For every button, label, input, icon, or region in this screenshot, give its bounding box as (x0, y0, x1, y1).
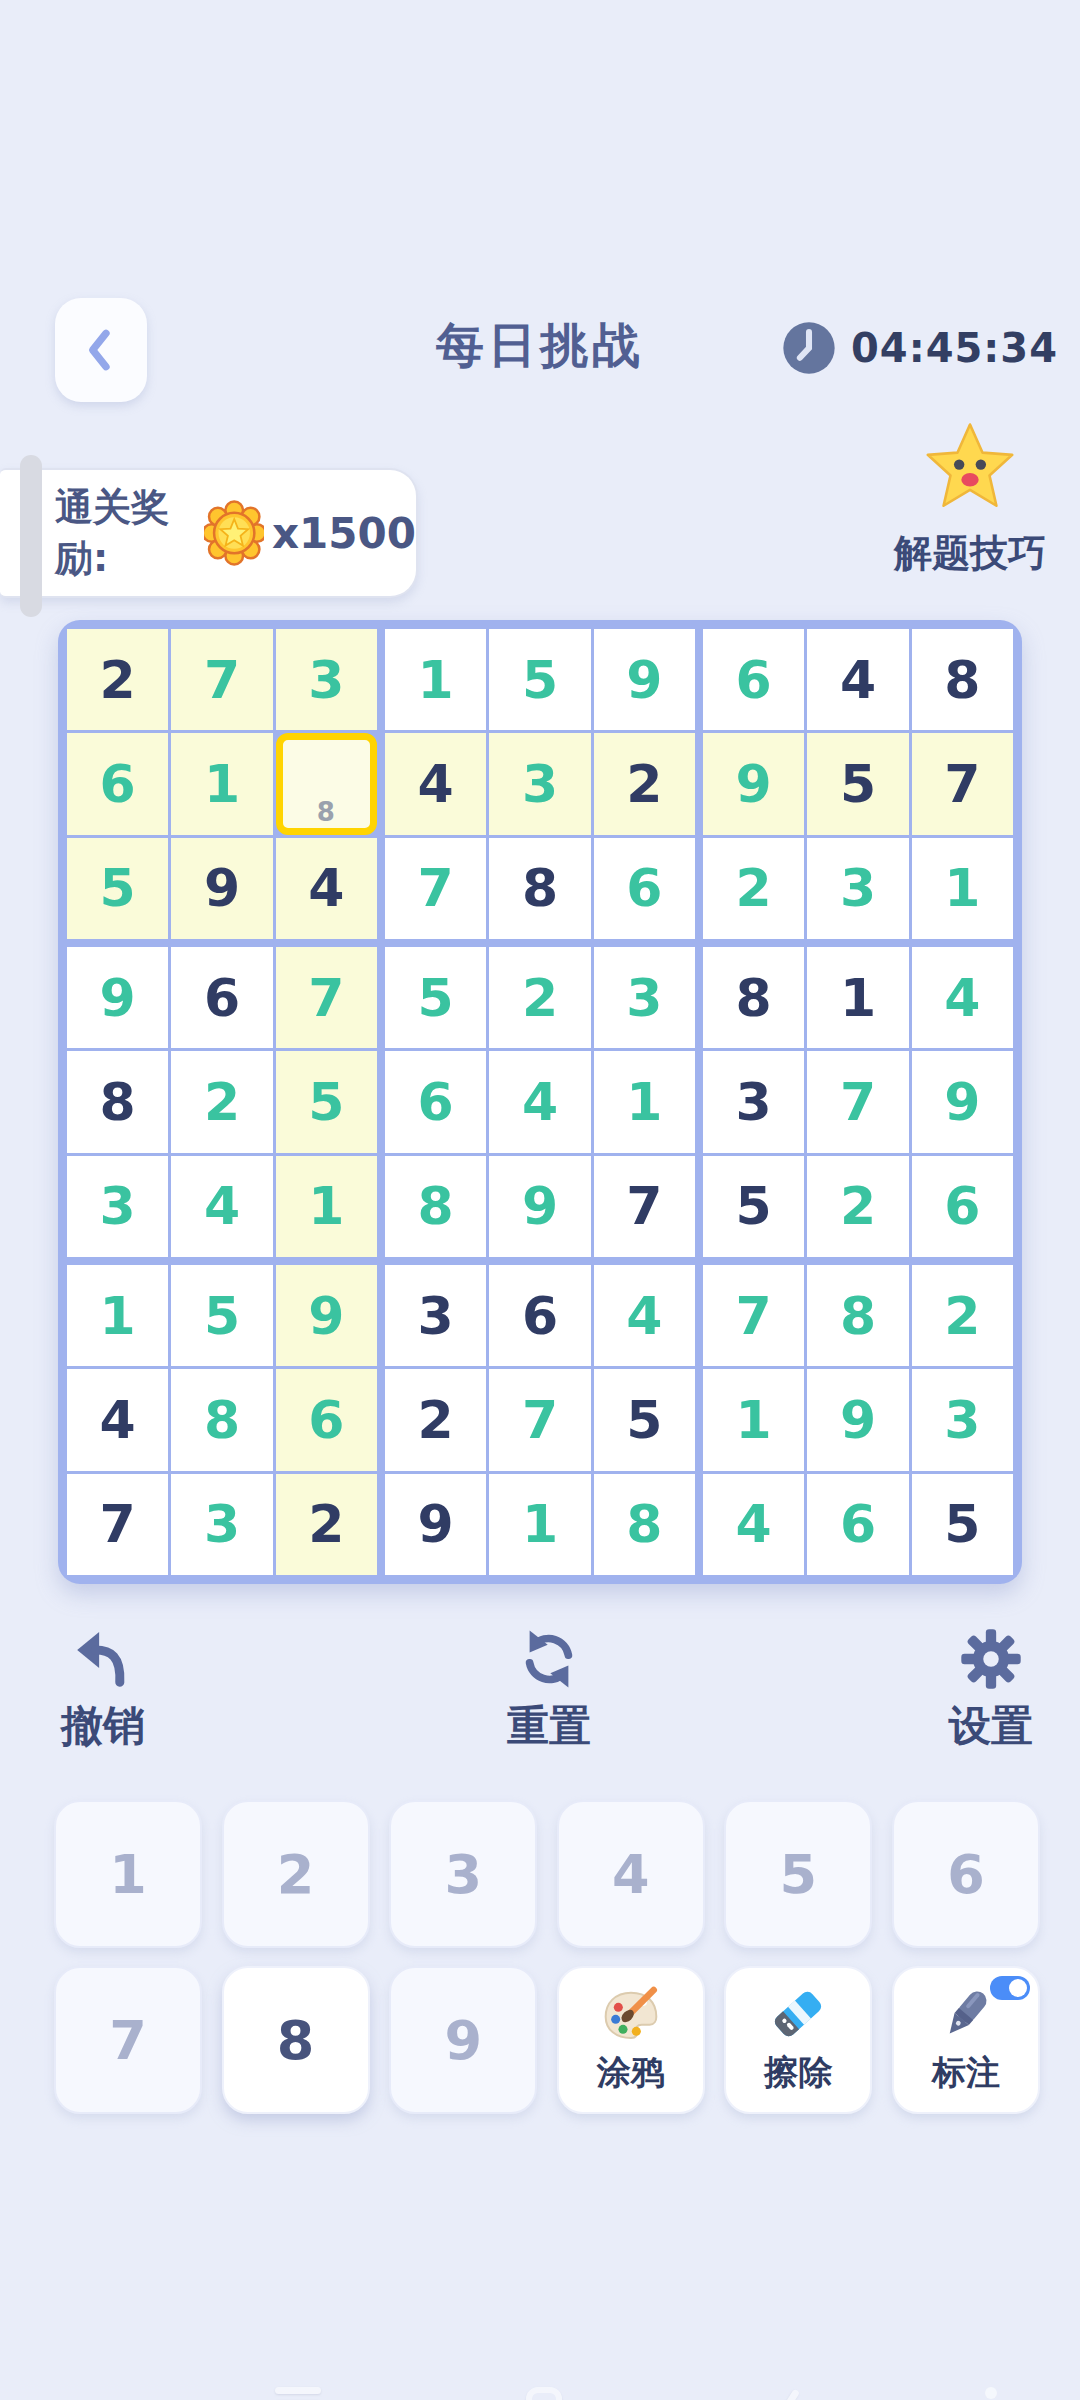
sudoku-cell-r6c9[interactable]: 6 (912, 1156, 1013, 1257)
sudoku-cell-r2c3[interactable]: 8 (276, 733, 377, 834)
given-digit: 4 (100, 1394, 136, 1446)
sudoku-cell-r6c6[interactable]: 7 (594, 1156, 695, 1257)
sudoku-cell-r8c4[interactable]: 2 (385, 1369, 486, 1470)
coin-icon (204, 496, 264, 570)
player-digit: 3 (204, 1498, 240, 1550)
player-digit: 1 (626, 1076, 662, 1128)
reset-icon (518, 1628, 580, 1690)
sudoku-cell-r8c3[interactable]: 6 (276, 1369, 377, 1470)
settings-label: 设置 (931, 1698, 1051, 1754)
player-digit: 5 (522, 654, 558, 706)
player-digit: 3 (944, 1394, 980, 1446)
sudoku-cell-r3c7[interactable]: 2 (703, 838, 804, 939)
player-digit: 6 (418, 1076, 454, 1128)
sudoku-cell-r7c9[interactable]: 2 (912, 1265, 1013, 1366)
nav-pulldown-button[interactable] (985, 2387, 997, 2399)
sudoku-cell-r3c8[interactable]: 3 (807, 838, 908, 939)
sudoku-cell-r6c5[interactable]: 9 (489, 1156, 590, 1257)
sudoku-cell-r1c7[interactable]: 6 (703, 629, 804, 730)
sudoku-cell-r9c1[interactable]: 7 (67, 1474, 168, 1575)
sudoku-cell-r4c8[interactable]: 1 (807, 947, 908, 1048)
palette-icon (599, 1982, 663, 2046)
sudoku-block: 814379526 (703, 947, 1013, 1257)
player-digit: 6 (736, 654, 772, 706)
sudoku-cell-r1c9[interactable]: 8 (912, 629, 1013, 730)
player-digit: 3 (100, 1180, 136, 1232)
player-digit: 7 (840, 1076, 876, 1128)
numpad-2[interactable]: 2 (222, 1800, 370, 1948)
player-digit: 5 (418, 972, 454, 1024)
header: 每日挑战 04:45:34 (0, 298, 1080, 408)
sudoku-cell-r5c2[interactable]: 2 (171, 1051, 272, 1152)
erase-button[interactable]: 擦除 (724, 1966, 872, 2114)
settings-button[interactable]: 设置 (931, 1628, 1051, 1754)
doodle-label: 涂鸦 (597, 2050, 665, 2096)
sudoku-cell-r5c6[interactable]: 1 (594, 1051, 695, 1152)
toolbar: 撤销 重置 设置 (0, 1628, 1080, 1768)
sudoku-cell-r7c8[interactable]: 8 (807, 1265, 908, 1366)
sudoku-block: 523641897 (385, 947, 695, 1257)
player-digit: 6 (626, 862, 662, 914)
player-digit: 1 (522, 1498, 558, 1550)
sudoku-block: 273618594 (67, 629, 377, 939)
player-digit: 3 (522, 758, 558, 810)
player-digit: 4 (944, 972, 980, 1024)
sudoku-cell-r6c4[interactable]: 8 (385, 1156, 486, 1257)
numpad-8[interactable]: 8 (222, 1966, 370, 2114)
sudoku-cell-r6c2[interactable]: 4 (171, 1156, 272, 1257)
sudoku-block: 159432786 (385, 629, 695, 939)
player-digit: 2 (204, 1076, 240, 1128)
given-digit: 5 (736, 1180, 772, 1232)
sudoku-cell-r1c8[interactable]: 4 (807, 629, 908, 730)
given-digit: 2 (308, 1498, 344, 1550)
star-mascot-icon (918, 418, 1022, 522)
given-digit: 5 (840, 758, 876, 810)
player-digit: 9 (840, 1394, 876, 1446)
player-digit: 9 (522, 1180, 558, 1232)
sudoku-cell-r3c4[interactable]: 7 (385, 838, 486, 939)
player-digit: 2 (736, 862, 772, 914)
sudoku-cell-r4c3[interactable]: 7 (276, 947, 377, 1048)
player-digit: 3 (840, 862, 876, 914)
given-digit: 5 (944, 1498, 980, 1550)
player-digit: 5 (204, 1290, 240, 1342)
sudoku-cell-r2c1[interactable]: 6 (67, 733, 168, 834)
given-digit: 4 (308, 862, 344, 914)
sudoku-cell-r1c3[interactable]: 3 (276, 629, 377, 730)
nav-menu-button[interactable] (275, 2387, 321, 2400)
sudoku-cell-r8c8[interactable]: 9 (807, 1369, 908, 1470)
numpad-9[interactable]: 9 (389, 1966, 537, 2114)
player-digit: 1 (100, 1290, 136, 1342)
sudoku-cell-r5c4[interactable]: 6 (385, 1051, 486, 1152)
undo-label: 撤销 (43, 1698, 163, 1754)
given-digit: 3 (418, 1290, 454, 1342)
sudoku-cell-r3c9[interactable]: 1 (912, 838, 1013, 939)
system-navbar (0, 2384, 1080, 2400)
sudoku-cell-r4c9[interactable]: 4 (912, 947, 1013, 1048)
player-digit: 8 (840, 1290, 876, 1342)
given-digit: 7 (626, 1180, 662, 1232)
player-digit: 9 (944, 1076, 980, 1128)
clock-icon (781, 320, 837, 376)
sudoku-cell-r4c1[interactable]: 9 (67, 947, 168, 1048)
sudoku-cell-r5c8[interactable]: 7 (807, 1051, 908, 1152)
reset-button[interactable]: 重置 (489, 1628, 609, 1754)
sudoku-cell-r3c1[interactable]: 5 (67, 838, 168, 939)
sudoku-block: 364275918 (385, 1265, 695, 1575)
player-digit: 4 (522, 1076, 558, 1128)
given-digit: 1 (840, 972, 876, 1024)
sudoku-cell-r3c2[interactable]: 9 (171, 838, 272, 939)
player-digit: 8 (418, 1180, 454, 1232)
given-digit: 6 (522, 1290, 558, 1342)
given-digit: 3 (736, 1076, 772, 1128)
flag-pole (20, 455, 42, 617)
sudoku-cell-r4c7[interactable]: 8 (703, 947, 804, 1048)
annotate-toggle[interactable] (990, 1976, 1030, 2000)
player-digit: 1 (736, 1394, 772, 1446)
given-digit: 8 (736, 972, 772, 1024)
sudoku-cell-r8c5[interactable]: 7 (489, 1369, 590, 1470)
reward-amount: x1500 (272, 509, 416, 558)
sudoku-cell-r1c5[interactable]: 5 (489, 629, 590, 730)
sudoku-block: 782193465 (703, 1265, 1013, 1575)
numpad-7[interactable]: 7 (54, 1966, 202, 2114)
pencil-mark: 8 (317, 799, 335, 825)
numpad-row-1: 123456 (54, 1800, 1040, 1948)
sudoku-cell-r3c6[interactable]: 6 (594, 838, 695, 939)
sudoku-cell-r1c2[interactable]: 7 (171, 629, 272, 730)
sudoku-cell-r7c1[interactable]: 1 (67, 1265, 168, 1366)
given-digit: 8 (522, 862, 558, 914)
player-digit: 2 (522, 972, 558, 1024)
given-digit: 2 (418, 1394, 454, 1446)
player-digit: 9 (100, 972, 136, 1024)
reset-label: 重置 (489, 1698, 609, 1754)
numpad-1[interactable]: 1 (54, 1800, 202, 1948)
sudoku-block: 967825341 (67, 947, 377, 1257)
sudoku-cell-r3c3[interactable]: 4 (276, 838, 377, 939)
timer-text: 04:45:34 (851, 325, 1058, 371)
sudoku-cell-r1c1[interactable]: 2 (67, 629, 168, 730)
player-digit: 7 (204, 654, 240, 706)
given-digit: 4 (840, 654, 876, 706)
sudoku-board: 2736185941594327866489572319678253415236… (58, 620, 1022, 1584)
sudoku-block: 648957231 (703, 629, 1013, 939)
reward-banner: 通关奖励: x1500 (0, 468, 418, 598)
numpad-5[interactable]: 5 (724, 1800, 872, 1948)
sudoku-cell-r6c7[interactable]: 5 (703, 1156, 804, 1257)
given-digit: 9 (204, 862, 240, 914)
undo-button[interactable]: 撤销 (43, 1628, 163, 1754)
given-digit: 2 (626, 758, 662, 810)
sudoku-cell-r2c9[interactable]: 7 (912, 733, 1013, 834)
sudoku-cell-r8c6[interactable]: 5 (594, 1369, 695, 1470)
player-digit: 1 (944, 862, 980, 914)
nav-back-button[interactable] (771, 2388, 800, 2400)
player-digit: 9 (626, 654, 662, 706)
given-digit: 6 (204, 972, 240, 1024)
sudoku-cell-r6c3[interactable]: 1 (276, 1156, 377, 1257)
sudoku-cell-r9c7[interactable]: 4 (703, 1474, 804, 1575)
sudoku-cell-r9c3[interactable]: 2 (276, 1474, 377, 1575)
sudoku-cell-r7c3[interactable]: 9 (276, 1265, 377, 1366)
numpad-3[interactable]: 3 (389, 1800, 537, 1948)
sudoku-cell-r5c3[interactable]: 5 (276, 1051, 377, 1152)
undo-icon (72, 1628, 134, 1690)
player-digit: 4 (626, 1290, 662, 1342)
sudoku-cell-r9c2[interactable]: 3 (171, 1474, 272, 1575)
player-digit: 1 (204, 758, 240, 810)
gear-icon (960, 1628, 1022, 1690)
numpad-4[interactable]: 4 (557, 1800, 705, 1948)
sudoku-cell-r6c1[interactable]: 3 (67, 1156, 168, 1257)
sudoku-cell-r9c9[interactable]: 5 (912, 1474, 1013, 1575)
given-digit: 7 (944, 758, 980, 810)
tips-button[interactable]: 解题技巧 (880, 418, 1060, 579)
sudoku-cell-r9c6[interactable]: 8 (594, 1474, 695, 1575)
player-digit: 6 (840, 1498, 876, 1550)
sudoku-cell-r8c7[interactable]: 1 (703, 1369, 804, 1470)
annotate-button[interactable]: 标注 (892, 1966, 1040, 2114)
sudoku-cell-r5c5[interactable]: 4 (489, 1051, 590, 1152)
sudoku-cell-r2c7[interactable]: 9 (703, 733, 804, 834)
sudoku-cell-r5c1[interactable]: 8 (67, 1051, 168, 1152)
player-digit: 4 (736, 1498, 772, 1550)
annotate-label: 标注 (932, 2050, 1000, 2096)
player-digit: 8 (204, 1394, 240, 1446)
player-digit: 3 (626, 972, 662, 1024)
player-digit: 7 (522, 1394, 558, 1446)
player-digit: 8 (626, 1498, 662, 1550)
sudoku-cell-r4c5[interactable]: 2 (489, 947, 590, 1048)
numpad-6[interactable]: 6 (892, 1800, 1040, 1948)
sudoku-cell-r8c2[interactable]: 8 (171, 1369, 272, 1470)
sudoku-cell-r5c9[interactable]: 9 (912, 1051, 1013, 1152)
sudoku-cell-r7c6[interactable]: 4 (594, 1265, 695, 1366)
given-digit: 7 (100, 1498, 136, 1550)
player-digit: 6 (944, 1180, 980, 1232)
sudoku-cell-r3c5[interactable]: 8 (489, 838, 590, 939)
player-digit: 6 (308, 1394, 344, 1446)
given-digit: 8 (944, 654, 980, 706)
given-digit: 5 (626, 1394, 662, 1446)
nav-home-button[interactable] (526, 2387, 562, 2400)
player-digit: 6 (100, 758, 136, 810)
player-digit: 1 (418, 654, 454, 706)
sudoku-cell-r4c2[interactable]: 6 (171, 947, 272, 1048)
sudoku-cell-r9c5[interactable]: 1 (489, 1474, 590, 1575)
player-digit: 9 (736, 758, 772, 810)
sudoku-cell-r4c6[interactable]: 3 (594, 947, 695, 1048)
sudoku-cell-r2c8[interactable]: 5 (807, 733, 908, 834)
sudoku-cell-r8c1[interactable]: 4 (67, 1369, 168, 1470)
player-digit: 7 (308, 972, 344, 1024)
sudoku-cell-r4c4[interactable]: 5 (385, 947, 486, 1048)
player-digit: 2 (840, 1180, 876, 1232)
player-digit: 2 (944, 1290, 980, 1342)
player-digit: 5 (100, 862, 136, 914)
doodle-button[interactable]: 涂鸦 (557, 1966, 705, 2114)
sudoku-cell-r9c4[interactable]: 9 (385, 1474, 486, 1575)
sudoku-cell-r8c9[interactable]: 3 (912, 1369, 1013, 1470)
annotate-toggle-knob (1009, 1979, 1027, 1997)
sudoku-cell-r2c4[interactable]: 4 (385, 733, 486, 834)
sudoku-cell-r5c7[interactable]: 3 (703, 1051, 804, 1152)
sudoku-cell-r2c6[interactable]: 2 (594, 733, 695, 834)
player-digit: 7 (418, 862, 454, 914)
timer: 04:45:34 (781, 320, 1058, 376)
given-digit: 8 (100, 1076, 136, 1128)
given-digit: 2 (100, 654, 136, 706)
sudoku-cell-r2c5[interactable]: 3 (489, 733, 590, 834)
sudoku-cell-r9c8[interactable]: 6 (807, 1474, 908, 1575)
player-digit: 5 (308, 1076, 344, 1128)
given-digit: 9 (418, 1498, 454, 1550)
player-digit: 3 (308, 654, 344, 706)
sudoku-cell-r7c5[interactable]: 6 (489, 1265, 590, 1366)
sudoku-cell-r7c2[interactable]: 5 (171, 1265, 272, 1366)
sudoku-block: 159486732 (67, 1265, 377, 1575)
reward-label: 通关奖励: (55, 482, 192, 584)
sudoku-cell-r7c7[interactable]: 7 (703, 1265, 804, 1366)
eraser-icon (766, 1982, 830, 2046)
sudoku-cell-r7c4[interactable]: 3 (385, 1265, 486, 1366)
sudoku-cell-r1c6[interactable]: 9 (594, 629, 695, 730)
sudoku-cell-r6c8[interactable]: 2 (807, 1156, 908, 1257)
erase-label: 擦除 (764, 2050, 832, 2096)
given-digit: 4 (418, 758, 454, 810)
player-digit: 9 (308, 1290, 344, 1342)
player-digit: 1 (308, 1180, 344, 1232)
player-digit: 4 (204, 1180, 240, 1232)
player-digit: 7 (736, 1290, 772, 1342)
numpad-row-2: 789 涂鸦 擦除 (54, 1966, 1040, 2114)
tips-label: 解题技巧 (880, 528, 1060, 579)
sudoku-cell-r1c4[interactable]: 1 (385, 629, 486, 730)
sudoku-cell-r2c2[interactable]: 1 (171, 733, 272, 834)
pen-icon (934, 1982, 998, 2046)
